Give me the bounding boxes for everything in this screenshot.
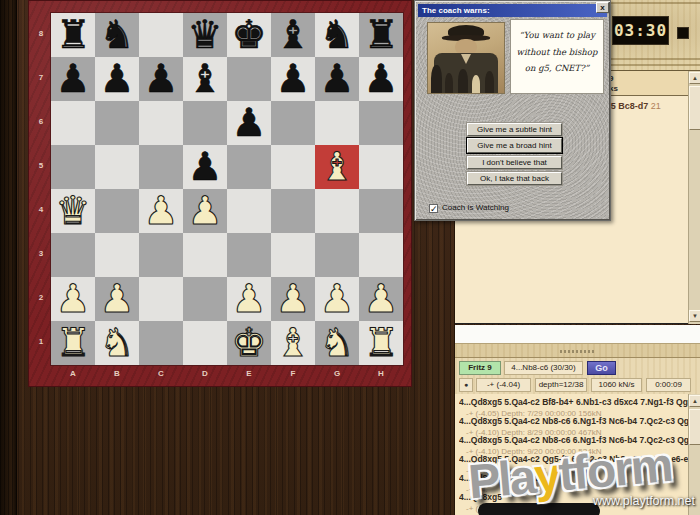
piece-black-pawn[interactable]: ♟ [227,101,271,145]
fritz-app-window: 87654321 ♜♞♛♚♝♞♜♟♟♟♝♟♟♟♟♟♝♛♟♟♟♟♟♟♟♟♜♞♚♝♞… [0,0,700,515]
square-a4[interactable]: ♛ [51,189,95,233]
desk-wood-left-strip [0,0,17,515]
notation-scrollbar[interactable]: ▲ ▼ [688,71,700,324]
coach-message: “You want to play without the bishop on … [510,19,604,94]
square-h5[interactable] [359,145,403,189]
square-a6[interactable] [51,101,95,145]
piece-white-knight[interactable]: ♞ [315,321,359,365]
square-b3[interactable] [95,233,139,277]
square-e4[interactable] [227,189,271,233]
engine-speed[interactable]: 1060 kN/s [591,378,642,392]
scroll-down-icon[interactable]: ▼ [689,310,700,322]
piece-black-bishop[interactable]: ♝ [271,13,315,57]
coach-watching-checkbox[interactable]: ✓ [429,204,438,213]
square-g2[interactable]: ♟ [315,277,359,321]
square-c5[interactable] [139,145,183,189]
piece-black-pawn[interactable]: ♟ [95,57,139,101]
square-c1[interactable] [139,321,183,365]
engine-current-move[interactable]: 4...Nb8-c6 (30/30) [504,361,583,375]
rank-label-4: 4 [33,188,49,232]
notation-move-time: 21 [651,101,661,111]
file-label-d: D [183,367,227,383]
square-f6[interactable] [271,101,315,145]
square-g5[interactable]: ♝ [315,145,359,189]
square-a2[interactable]: ♟ [51,277,95,321]
notation-move-text: + 5 Bc8-d7 21 [603,101,661,111]
broad-hint-button[interactable]: Give me a broad hint [467,138,562,153]
rank-label-3: 3 [33,232,49,276]
piece-white-bishop[interactable]: ♝ [315,145,359,189]
piece-black-pawn[interactable]: ♟ [51,57,95,101]
square-a1[interactable]: ♜ [51,321,95,365]
square-b6[interactable] [95,101,139,145]
piece-white-pawn[interactable]: ♟ [139,189,183,233]
square-e5[interactable] [227,145,271,189]
square-a3[interactable] [51,233,95,277]
piece-white-knight[interactable]: ♞ [95,321,139,365]
piece-white-pawn[interactable]: ♟ [315,277,359,321]
square-d1[interactable] [183,321,227,365]
piece-black-pawn[interactable]: ♟ [359,57,403,101]
go-button[interactable]: Go [587,361,616,375]
engine-line-moves: 4...Qd8xg5 [459,492,688,502]
engine-settings-icon[interactable]: ● [459,378,473,392]
square-f7[interactable]: ♟ [271,57,315,101]
piece-white-king[interactable]: ♚ [227,321,271,365]
square-h2[interactable]: ♟ [359,277,403,321]
square-h7[interactable]: ♟ [359,57,403,101]
scrollbar-thumb[interactable] [689,409,700,445]
piece-black-pawn[interactable]: ♟ [183,145,227,189]
panel-spacer [455,325,700,343]
engine-line-moves: 4...Qd8xg5 5.Qa4-c2 [459,473,688,483]
square-f1[interactable]: ♝ [271,321,315,365]
square-f4[interactable] [271,189,315,233]
engine-line[interactable]: 4...Qd8xg5 5.Qa4-c2 Nb8-c6 6.Ng1-f3 Nc6-… [459,435,688,456]
engine-line[interactable]: 4...Qd8xg5 5.Qa4-c2 Nb8-c6 6.Ng1-f3 Nc6-… [459,416,688,437]
file-label-b: B [95,367,139,383]
chess-piece-silhouette [458,69,468,94]
square-a8[interactable]: ♜ [51,13,95,57]
file-label-c: C [139,367,183,383]
dialog-title-bar[interactable]: The coach warns: [418,4,607,17]
square-g4[interactable] [315,189,359,233]
square-c7[interactable]: ♟ [139,57,183,101]
close-icon[interactable]: x [596,2,609,13]
panel-splitter[interactable] [455,343,700,358]
scroll-up-icon[interactable]: ▲ [689,395,700,407]
square-e3[interactable] [227,233,271,277]
square-b7[interactable]: ♟ [95,57,139,101]
coach-watching-label: Coach Is Watching [442,203,509,212]
square-d5[interactable]: ♟ [183,145,227,189]
piece-white-rook[interactable]: ♜ [359,321,403,365]
rank-label-1: 1 [33,320,49,364]
piece-white-pawn[interactable]: ♟ [95,277,139,321]
square-h4[interactable] [359,189,403,233]
square-h8[interactable]: ♜ [359,13,403,57]
piece-white-bishop[interactable]: ♝ [271,321,315,365]
take-back-button[interactable]: Ok, I take that back [467,172,562,185]
square-b2[interactable]: ♟ [95,277,139,321]
engine-line[interactable]: 4...Qd8xg5 5.Qa4-c2 Bf8-b4+ 6.Nb1-c3 d5x… [459,397,688,418]
square-h1[interactable]: ♜ [359,321,403,365]
square-g3[interactable] [315,233,359,277]
piece-black-pawn[interactable]: ♟ [271,57,315,101]
splitter-handle-icon[interactable] [560,350,594,353]
square-d4[interactable]: ♟ [183,189,227,233]
file-label-a: A [51,367,95,383]
file-label-g: G [315,367,359,383]
engine-time[interactable]: 0:00:09 [646,378,691,392]
piece-black-rook[interactable]: ♜ [359,13,403,57]
subtle-hint-button[interactable]: Give me a subtle hint [467,123,562,136]
file-label-e: E [227,367,271,383]
coach-portrait-photo [427,22,505,94]
piece-black-king[interactable]: ♚ [227,13,271,57]
engine-analysis-list[interactable]: 4...Qd8xg5 5.Qa4-c2 Bf8-b4+ 6.Nb1-c3 d5x… [455,394,700,515]
engine-scrollbar[interactable]: ▲ [688,394,700,515]
scrollbar-thumb[interactable] [689,86,700,130]
engine-line-moves: 4...Qd8xg5 5.Qa4-c2 Bf8-b4+ 6.Nb1-c3 d5x… [459,397,688,407]
square-b5[interactable] [95,145,139,189]
piece-white-pawn[interactable]: ♟ [359,277,403,321]
square-e7[interactable] [227,57,271,101]
piece-black-pawn[interactable]: ♟ [139,57,183,101]
square-d7[interactable]: ♝ [183,57,227,101]
board-squares: ♜♞♛♚♝♞♜♟♟♟♝♟♟♟♟♟♝♛♟♟♟♟♟♟♟♟♜♞♚♝♞♜ [50,12,404,366]
square-a7[interactable]: ♟ [51,57,95,101]
square-d3[interactable] [183,233,227,277]
chess-piece-silhouette [472,75,480,94]
square-h6[interactable] [359,101,403,145]
piece-white-pawn[interactable]: ♟ [227,277,271,321]
engine-line-moves: 4...Qd8xg5 5.Qa4-c2 Qg5-f5 6.Qc2-c3 Nb8-… [459,454,688,464]
engine-line-info: -+ (-4 [459,504,688,513]
square-d8[interactable]: ♛ [183,13,227,57]
square-a5[interactable] [51,145,95,189]
square-c8[interactable] [139,13,183,57]
square-f3[interactable] [271,233,315,277]
square-g1[interactable]: ♞ [315,321,359,365]
square-f2[interactable]: ♟ [271,277,315,321]
rank-label-2: 2 [33,276,49,320]
dialog-title: The coach warns: [422,6,490,15]
square-g8[interactable]: ♞ [315,13,359,57]
chess-clock-display: 03:30 [612,16,669,45]
square-e1[interactable]: ♚ [227,321,271,365]
square-d2[interactable] [183,277,227,321]
file-label-h: H [359,367,403,383]
piece-white-pawn[interactable]: ♟ [183,189,227,233]
engine-line-moves: 4...Qd8xg5 5.Qa4-c2 Nb8-c6 6.Ng1-f3 Nc6-… [459,416,688,426]
chess-piece-silhouette [445,73,453,94]
square-e2[interactable]: ♟ [227,277,271,321]
square-f5[interactable] [271,145,315,189]
square-b8[interactable]: ♞ [95,13,139,57]
rank-label-8: 8 [33,12,49,56]
square-h3[interactable] [359,233,403,277]
piece-black-bishop[interactable]: ♝ [183,57,227,101]
square-b1[interactable]: ♞ [95,321,139,365]
coach-dialog: The coach warns: x “You want to play wit… [414,0,611,221]
square-c6[interactable] [139,101,183,145]
engine-line[interactable]: 4...Qd8xg5 5.Qa4-c2 Qg5-f5 6.Qc2-c3 Nb8-… [459,454,688,475]
square-c4[interactable]: ♟ [139,189,183,233]
piece-white-rook[interactable]: ♜ [51,321,95,365]
piece-black-queen[interactable]: ♛ [183,13,227,57]
chess-piece-silhouette [431,65,442,94]
rank-label-7: 7 [33,56,49,100]
engine-name-button[interactable]: Fritz 9 [459,361,501,375]
piece-white-pawn[interactable]: ♟ [51,277,95,321]
clock-indicator [677,27,689,39]
square-e8[interactable]: ♚ [227,13,271,57]
square-c3[interactable] [139,233,183,277]
scroll-up-icon[interactable]: ▲ [689,72,700,84]
piece-black-knight[interactable]: ♞ [95,13,139,57]
file-label-f: F [271,367,315,383]
engine-evaluation[interactable]: -+ (-4.04) [476,378,531,392]
piece-white-queen[interactable]: ♛ [51,189,95,233]
chess-piece-silhouette [485,71,494,94]
square-g7[interactable]: ♟ [315,57,359,101]
square-e6[interactable]: ♟ [227,101,271,145]
square-d6[interactable] [183,101,227,145]
engine-line[interactable]: 4...Qd8xg5-+ (-4 [459,492,688,513]
engine-line-moves: 4...Qd8xg5 5.Qa4-c2 Nb8-c6 6.Ng1-f3 Nc6-… [459,435,688,445]
engine-line[interactable]: 4...Qd8xg5 5.Qa4-c2-+ (-4. [459,473,688,494]
engine-depth[interactable]: depth=12/38 [535,378,587,392]
rank-label-5: 5 [33,144,49,188]
square-g6[interactable] [315,101,359,145]
piece-black-pawn[interactable]: ♟ [315,57,359,101]
piece-black-knight[interactable]: ♞ [315,13,359,57]
dont-believe-button[interactable]: I don't believe that [467,156,562,169]
rank-label-6: 6 [33,100,49,144]
piece-black-rook[interactable]: ♜ [51,13,95,57]
piece-white-pawn[interactable]: ♟ [271,277,315,321]
engine-toolbar: Fritz 9 4...Nb8-c6 (30/30) Go ● -+ (-4.0… [455,358,700,394]
square-b4[interactable] [95,189,139,233]
square-f8[interactable]: ♝ [271,13,315,57]
chess-board: 87654321 ♜♞♛♚♝♞♜♟♟♟♝♟♟♟♟♟♝♛♟♟♟♟♟♟♟♟♜♞♚♝♞… [28,0,412,387]
square-c2[interactable] [139,277,183,321]
